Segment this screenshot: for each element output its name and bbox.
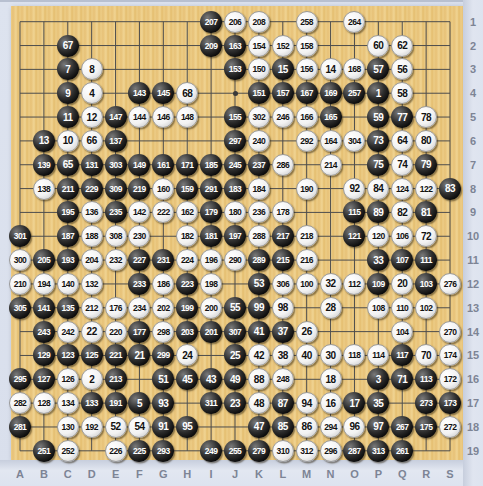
stone-E19-move-226[interactable]: 226 <box>105 440 127 462</box>
stone-H14-move-203[interactable]: 203 <box>176 321 198 343</box>
column-label-O: O <box>346 468 362 480</box>
stone-Q2-move-62[interactable]: 62 <box>391 35 413 57</box>
row-label-12: 12 <box>464 278 482 290</box>
row-label-10: 10 <box>464 230 482 242</box>
stone-M10-move-218[interactable]: 218 <box>296 225 318 247</box>
stone-E11-move-232[interactable]: 232 <box>105 249 127 271</box>
column-label-A: A <box>12 468 28 480</box>
stone-K19-move-279[interactable]: 279 <box>248 440 270 462</box>
stone-M5-move-166[interactable]: 166 <box>296 106 318 128</box>
stone-B12-move-194[interactable]: 194 <box>33 273 55 295</box>
row-label-13: 13 <box>464 302 482 314</box>
stone-I12-move-198[interactable]: 198 <box>200 273 222 295</box>
stone-L18-move-85[interactable]: 85 <box>272 416 294 438</box>
column-label-Q: Q <box>394 468 410 480</box>
stone-J19-move-255[interactable]: 255 <box>224 440 246 462</box>
stone-E15-move-221[interactable]: 221 <box>105 344 127 366</box>
row-label-3: 3 <box>464 63 482 75</box>
stone-J14-move-307[interactable]: 307 <box>224 321 246 343</box>
stone-K13-move-99[interactable]: 99 <box>248 297 270 319</box>
column-label-D: D <box>84 468 100 480</box>
stone-D3-move-8[interactable]: 8 <box>81 58 103 80</box>
row-label-6: 6 <box>464 135 482 147</box>
stone-Q6-move-64[interactable]: 64 <box>391 130 413 152</box>
stone-E17-move-191[interactable]: 191 <box>105 392 127 414</box>
stone-C19-move-252[interactable]: 252 <box>57 440 79 462</box>
stone-K17-move-48[interactable]: 48 <box>248 392 270 414</box>
stone-H8-move-159[interactable]: 159 <box>176 178 198 200</box>
stone-D18-move-192[interactable]: 192 <box>81 416 103 438</box>
stone-K7-move-237[interactable]: 237 <box>248 154 270 176</box>
stone-G8-move-160[interactable]: 160 <box>152 178 174 200</box>
stone-O8-move-92[interactable]: 92 <box>343 178 365 200</box>
stone-L7-move-286[interactable]: 286 <box>272 154 294 176</box>
stone-C8-move-211[interactable]: 211 <box>57 178 79 200</box>
stone-D9-move-136[interactable]: 136 <box>81 201 103 223</box>
stone-E13-move-176[interactable]: 176 <box>105 297 127 319</box>
stone-M4-move-167[interactable]: 167 <box>296 82 318 104</box>
stone-D17-move-133[interactable]: 133 <box>81 392 103 414</box>
stone-J1-move-206[interactable]: 206 <box>224 11 246 33</box>
stone-H7-move-171[interactable]: 171 <box>176 154 198 176</box>
stone-J11-move-290[interactable]: 290 <box>224 249 246 271</box>
column-label-H: H <box>179 468 195 480</box>
stone-N17-move-16[interactable]: 16 <box>320 392 342 414</box>
stone-N5-move-165[interactable]: 165 <box>320 106 342 128</box>
column-label-J: J <box>227 468 243 480</box>
stone-C11-move-193[interactable]: 193 <box>57 249 79 271</box>
stone-L17-move-87[interactable]: 87 <box>272 392 294 414</box>
stone-C18-move-130[interactable]: 130 <box>57 416 79 438</box>
stone-K12-move-53[interactable]: 53 <box>248 273 270 295</box>
stone-S17-move-173[interactable]: 173 <box>439 392 461 414</box>
column-label-I: I <box>203 468 219 480</box>
stone-M1-move-258[interactable]: 258 <box>296 11 318 33</box>
stone-Q7-move-74[interactable]: 74 <box>391 154 413 176</box>
stone-L10-move-217[interactable]: 217 <box>272 225 294 247</box>
stone-M15-move-40[interactable]: 40 <box>296 344 318 366</box>
stone-C13-move-135[interactable]: 135 <box>57 297 79 319</box>
stone-S18-move-272[interactable]: 272 <box>439 416 461 438</box>
stone-R13-move-102[interactable]: 102 <box>415 297 437 319</box>
stone-G7-move-161[interactable]: 161 <box>152 154 174 176</box>
stone-Q14-move-104[interactable]: 104 <box>391 321 413 343</box>
stone-S14-move-270[interactable]: 270 <box>439 321 461 343</box>
stone-K2-move-154[interactable]: 154 <box>248 35 270 57</box>
stone-N7-move-214[interactable]: 214 <box>320 154 342 176</box>
stone-I13-move-200[interactable]: 200 <box>200 297 222 319</box>
stone-G13-move-202[interactable]: 202 <box>152 297 174 319</box>
stone-D13-move-212[interactable]: 212 <box>81 297 103 319</box>
stone-I2-move-209[interactable]: 209 <box>200 35 222 57</box>
column-label-C: C <box>60 468 76 480</box>
stone-D10-move-188[interactable]: 188 <box>81 225 103 247</box>
stone-K11-move-289[interactable]: 289 <box>248 249 270 271</box>
stone-B14-move-243[interactable]: 243 <box>33 321 55 343</box>
stone-P2-move-60[interactable]: 60 <box>367 35 389 57</box>
go-diagram: 2072062082582646720916315415215860627815… <box>0 0 483 486</box>
stone-L3-move-15[interactable]: 15 <box>272 58 294 80</box>
row-label-2: 2 <box>464 40 482 52</box>
stone-B8-move-138[interactable]: 138 <box>33 178 55 200</box>
row-label-19: 19 <box>464 445 482 457</box>
stone-L14-move-37[interactable]: 37 <box>272 321 294 343</box>
stone-R8-move-122[interactable]: 122 <box>415 178 437 200</box>
stone-D5-move-12[interactable]: 12 <box>81 106 103 128</box>
row-label-7: 7 <box>464 159 482 171</box>
stone-C3-move-7[interactable]: 7 <box>57 58 79 80</box>
stone-B16-move-127[interactable]: 127 <box>33 368 55 390</box>
stone-H13-move-199[interactable]: 199 <box>176 297 198 319</box>
stone-E14-move-220[interactable]: 220 <box>105 321 127 343</box>
column-label-L: L <box>275 468 291 480</box>
stone-E9-move-235[interactable]: 235 <box>105 201 127 223</box>
stone-K14-move-41[interactable]: 41 <box>248 321 270 343</box>
column-label-N: N <box>323 468 339 480</box>
stone-M6-move-292[interactable]: 292 <box>296 130 318 152</box>
stone-L11-move-215[interactable]: 215 <box>272 249 294 271</box>
stone-B11-move-205[interactable]: 205 <box>33 249 55 271</box>
column-label-E: E <box>108 468 124 480</box>
row-label-15: 15 <box>464 349 482 361</box>
stone-C7-move-65[interactable]: 65 <box>57 154 79 176</box>
stone-P19-move-313[interactable]: 313 <box>367 440 389 462</box>
column-label-F: F <box>131 468 147 480</box>
stone-A13-move-305[interactable]: 305 <box>9 297 31 319</box>
stone-D7-move-131[interactable]: 131 <box>81 154 103 176</box>
stone-D12-move-132[interactable]: 132 <box>81 273 103 295</box>
row-label-11: 11 <box>464 254 482 266</box>
stone-A11-move-300[interactable]: 300 <box>9 249 31 271</box>
stone-M17-move-94[interactable]: 94 <box>296 392 318 414</box>
stone-C5-move-11[interactable]: 11 <box>57 106 79 128</box>
stone-J2-move-163[interactable]: 163 <box>224 35 246 57</box>
stone-D15-move-125[interactable]: 125 <box>81 344 103 366</box>
stone-Q8-move-124[interactable]: 124 <box>391 178 413 200</box>
stone-A12-move-210[interactable]: 210 <box>9 273 31 295</box>
stone-C6-move-10[interactable]: 10 <box>57 130 79 152</box>
stone-D14-move-22[interactable]: 22 <box>81 321 103 343</box>
stone-E16-move-213[interactable]: 213 <box>105 368 127 390</box>
stone-N4-move-169[interactable]: 169 <box>320 82 342 104</box>
stone-L19-move-310[interactable]: 310 <box>272 440 294 462</box>
stone-E10-move-308[interactable]: 308 <box>105 225 127 247</box>
stone-M14-move-26[interactable]: 26 <box>296 321 318 343</box>
stone-M18-move-86[interactable]: 86 <box>296 416 318 438</box>
stone-J8-move-183[interactable]: 183 <box>224 178 246 200</box>
stone-R6-move-80[interactable]: 80 <box>415 130 437 152</box>
stone-L13-move-98[interactable]: 98 <box>272 297 294 319</box>
stone-J17-move-23[interactable]: 23 <box>224 392 246 414</box>
stone-Q12-move-20[interactable]: 20 <box>391 273 413 295</box>
stone-K1-move-208[interactable]: 208 <box>248 11 270 33</box>
stone-J7-move-245[interactable]: 245 <box>224 154 246 176</box>
stone-E18-move-52[interactable]: 52 <box>105 416 127 438</box>
stone-D6-move-66[interactable]: 66 <box>81 130 103 152</box>
stone-B19-move-251[interactable]: 251 <box>33 440 55 462</box>
column-label-K: K <box>251 468 267 480</box>
stone-C16-move-126[interactable]: 126 <box>57 368 79 390</box>
stone-K5-move-302[interactable]: 302 <box>248 106 270 128</box>
stone-C12-move-140[interactable]: 140 <box>57 273 79 295</box>
column-label-R: R <box>418 468 434 480</box>
stone-A18-move-281[interactable]: 281 <box>9 416 31 438</box>
stone-D8-move-229[interactable]: 229 <box>81 178 103 200</box>
stone-L12-move-306[interactable]: 306 <box>272 273 294 295</box>
stone-R5-move-78[interactable]: 78 <box>415 106 437 128</box>
stone-M12-move-100[interactable]: 100 <box>296 273 318 295</box>
stone-F8-move-219[interactable]: 219 <box>128 178 150 200</box>
row-label-5: 5 <box>464 111 482 123</box>
stone-C17-move-134[interactable]: 134 <box>57 392 79 414</box>
stone-K4-move-151[interactable]: 151 <box>248 82 270 104</box>
stone-N12-move-32[interactable]: 32 <box>320 273 342 295</box>
row-label-1: 1 <box>464 16 482 28</box>
row-label-9: 9 <box>464 206 482 218</box>
stone-G19-move-293[interactable]: 293 <box>152 440 174 462</box>
stone-M19-move-312[interactable]: 312 <box>296 440 318 462</box>
stone-Q13-move-110[interactable]: 110 <box>391 297 413 319</box>
stone-I14-move-201[interactable]: 201 <box>200 321 222 343</box>
stone-K6-move-240[interactable]: 240 <box>248 130 270 152</box>
column-label-S: S <box>442 468 458 480</box>
stone-B6-move-13[interactable]: 13 <box>33 130 55 152</box>
stone-I7-move-185[interactable]: 185 <box>200 154 222 176</box>
column-label-B: B <box>36 468 52 480</box>
stone-B7-move-139[interactable]: 139 <box>33 154 55 176</box>
row-label-8: 8 <box>464 183 482 195</box>
stone-C2-move-67[interactable]: 67 <box>57 35 79 57</box>
stone-N19-move-296[interactable]: 296 <box>320 440 342 462</box>
stone-A17-move-282[interactable]: 282 <box>9 392 31 414</box>
stone-R7-move-79[interactable]: 79 <box>415 154 437 176</box>
stone-C14-move-242[interactable]: 242 <box>57 321 79 343</box>
stone-L2-move-152[interactable]: 152 <box>272 35 294 57</box>
stone-R12-move-103[interactable]: 103 <box>415 273 437 295</box>
stone-O1-move-264[interactable]: 264 <box>343 11 365 33</box>
stone-L16-move-248[interactable]: 248 <box>272 368 294 390</box>
stone-K18-move-47[interactable]: 47 <box>248 416 270 438</box>
row-label-17: 17 <box>464 397 482 409</box>
stone-E6-move-137[interactable]: 137 <box>105 130 127 152</box>
row-label-16: 16 <box>464 373 482 385</box>
stone-G14-move-298[interactable]: 298 <box>152 321 174 343</box>
stone-E7-move-303[interactable]: 303 <box>105 154 127 176</box>
stone-Q19-move-261[interactable]: 261 <box>391 440 413 462</box>
stone-J13-move-55[interactable]: 55 <box>224 297 246 319</box>
stone-N18-move-294[interactable]: 294 <box>320 416 342 438</box>
stone-D16-move-2[interactable]: 2 <box>81 368 103 390</box>
stone-N15-move-30[interactable]: 30 <box>320 344 342 366</box>
stone-N6-move-164[interactable]: 164 <box>320 130 342 152</box>
stone-B13-move-141[interactable]: 141 <box>33 297 55 319</box>
stone-N16-move-18[interactable]: 18 <box>320 368 342 390</box>
stone-D4-move-4[interactable]: 4 <box>81 82 103 104</box>
stone-S12-move-276[interactable]: 276 <box>439 273 461 295</box>
stone-H12-move-223[interactable]: 223 <box>176 273 198 295</box>
stone-I1-move-207[interactable]: 207 <box>200 11 222 33</box>
stone-D11-move-204[interactable]: 204 <box>81 249 103 271</box>
stone-N3-move-14[interactable]: 14 <box>320 58 342 80</box>
row-label-4: 4 <box>464 87 482 99</box>
stone-S8-move-83[interactable]: 83 <box>439 178 461 200</box>
stone-K8-move-184[interactable]: 184 <box>248 178 270 200</box>
stone-C10-move-187[interactable]: 187 <box>57 225 79 247</box>
stone-R18-move-175[interactable]: 175 <box>415 416 437 438</box>
stone-I8-move-291[interactable]: 291 <box>200 178 222 200</box>
column-label-G: G <box>155 468 171 480</box>
stone-L5-move-246[interactable]: 246 <box>272 106 294 128</box>
stone-J6-move-297[interactable]: 297 <box>224 130 246 152</box>
stone-M2-move-158[interactable]: 158 <box>296 35 318 57</box>
stone-P7-move-75[interactable]: 75 <box>367 154 389 176</box>
row-label-18: 18 <box>464 421 482 433</box>
stone-C4-move-9[interactable]: 9 <box>57 82 79 104</box>
row-label-14: 14 <box>464 326 482 338</box>
stone-K10-move-288[interactable]: 288 <box>248 225 270 247</box>
column-label-P: P <box>370 468 386 480</box>
stone-B17-move-128[interactable]: 128 <box>33 392 55 414</box>
stone-M8-move-190[interactable]: 190 <box>296 178 318 200</box>
stone-E5-move-147[interactable]: 147 <box>105 106 127 128</box>
star-point <box>233 91 238 96</box>
stone-L4-move-157[interactable]: 157 <box>272 82 294 104</box>
stone-M11-move-216[interactable]: 216 <box>296 249 318 271</box>
stone-F14-move-177[interactable]: 177 <box>128 321 150 343</box>
stone-E8-move-309[interactable]: 309 <box>105 178 127 200</box>
column-label-M: M <box>299 468 315 480</box>
stone-M3-move-156[interactable]: 156 <box>296 58 318 80</box>
stone-I19-move-249[interactable]: 249 <box>200 440 222 462</box>
stone-J5-move-155[interactable]: 155 <box>224 106 246 128</box>
stone-N13-move-28[interactable]: 28 <box>320 297 342 319</box>
stone-P8-move-84[interactable]: 84 <box>367 178 389 200</box>
stone-P13-move-108[interactable]: 108 <box>367 297 389 319</box>
